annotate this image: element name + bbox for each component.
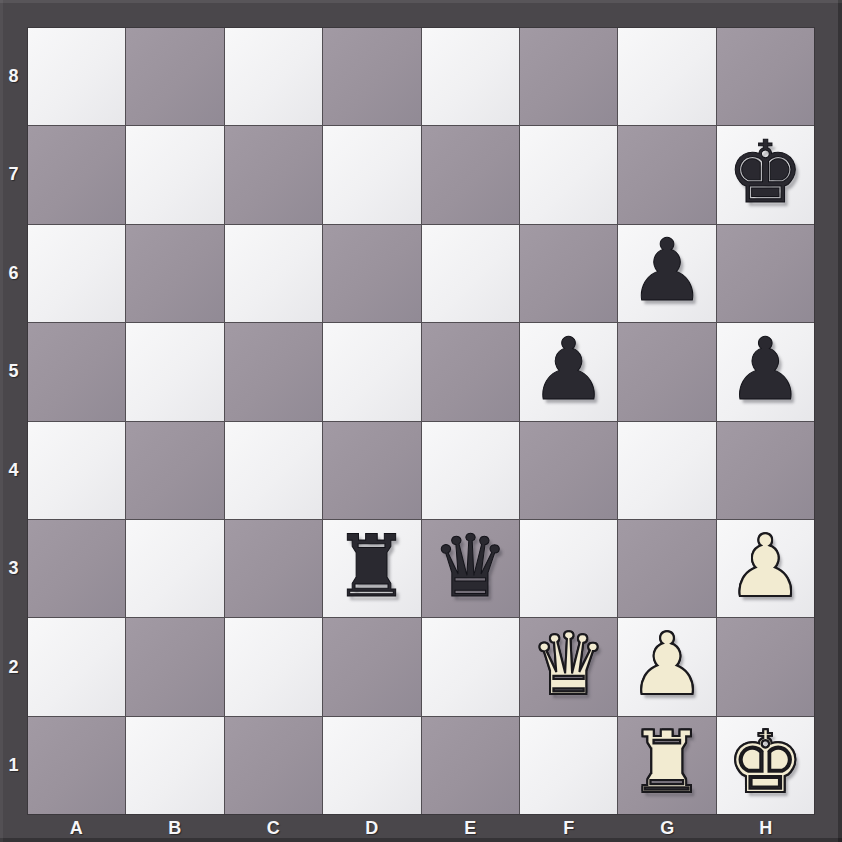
- square-f6[interactable]: [520, 225, 617, 322]
- square-b5[interactable]: [126, 323, 223, 420]
- white-rook[interactable]: ♜: [628, 719, 705, 805]
- square-d8[interactable]: [323, 28, 420, 125]
- rank-label-3: 3: [0, 520, 27, 619]
- square-a8[interactable]: [28, 28, 125, 125]
- rank-label-5: 5: [0, 323, 27, 422]
- square-d1[interactable]: [323, 717, 420, 814]
- black-pawn[interactable]: ♟: [628, 227, 705, 313]
- square-b8[interactable]: [126, 28, 223, 125]
- black-pawn[interactable]: ♟: [530, 326, 607, 412]
- white-pawn[interactable]: ♟: [727, 523, 804, 609]
- square-a6[interactable]: [28, 225, 125, 322]
- square-b7[interactable]: [126, 126, 223, 223]
- square-h6[interactable]: [717, 225, 814, 322]
- square-g6[interactable]: ♟: [618, 225, 715, 322]
- rank-label-8: 8: [0, 27, 27, 126]
- square-a5[interactable]: [28, 323, 125, 420]
- white-queen[interactable]: ♛: [530, 621, 607, 707]
- square-b6[interactable]: [126, 225, 223, 322]
- rank-label-6: 6: [0, 224, 27, 323]
- black-king[interactable]: ♚: [727, 129, 804, 215]
- file-label-e: E: [421, 815, 520, 842]
- square-f3[interactable]: [520, 520, 617, 617]
- rank-label-2: 2: [0, 618, 27, 717]
- white-pawn[interactable]: ♟: [628, 621, 705, 707]
- square-c2[interactable]: [225, 618, 322, 715]
- square-g4[interactable]: [618, 422, 715, 519]
- square-e4[interactable]: [422, 422, 519, 519]
- square-d4[interactable]: [323, 422, 420, 519]
- square-g1[interactable]: ♜: [618, 717, 715, 814]
- square-b3[interactable]: [126, 520, 223, 617]
- square-e2[interactable]: [422, 618, 519, 715]
- square-e1[interactable]: [422, 717, 519, 814]
- rank-label-7: 7: [0, 126, 27, 225]
- square-g7[interactable]: [618, 126, 715, 223]
- rank-label-1: 1: [0, 717, 27, 816]
- square-h1[interactable]: ♚: [717, 717, 814, 814]
- square-e8[interactable]: [422, 28, 519, 125]
- square-a7[interactable]: [28, 126, 125, 223]
- square-g5[interactable]: [618, 323, 715, 420]
- rank-labels: 87654321: [0, 27, 27, 815]
- square-c5[interactable]: [225, 323, 322, 420]
- square-b2[interactable]: [126, 618, 223, 715]
- square-f5[interactable]: ♟: [520, 323, 617, 420]
- square-a4[interactable]: [28, 422, 125, 519]
- square-c8[interactable]: [225, 28, 322, 125]
- file-label-a: A: [27, 815, 126, 842]
- square-e3[interactable]: ♛: [422, 520, 519, 617]
- square-d2[interactable]: [323, 618, 420, 715]
- square-d7[interactable]: [323, 126, 420, 223]
- file-label-h: H: [717, 815, 816, 842]
- square-h4[interactable]: [717, 422, 814, 519]
- file-label-f: F: [520, 815, 619, 842]
- square-d6[interactable]: [323, 225, 420, 322]
- rank-label-4: 4: [0, 421, 27, 520]
- square-g2[interactable]: ♟: [618, 618, 715, 715]
- square-h7[interactable]: ♚: [717, 126, 814, 223]
- board-grid: ♚♟♟♟♜♛♟♛♟♜♚: [27, 27, 815, 815]
- square-c4[interactable]: [225, 422, 322, 519]
- square-c1[interactable]: [225, 717, 322, 814]
- square-e7[interactable]: [422, 126, 519, 223]
- black-pawn[interactable]: ♟: [727, 326, 804, 412]
- square-c3[interactable]: [225, 520, 322, 617]
- file-labels: ABCDEFGH: [27, 815, 815, 842]
- chess-board-frame: 87654321 ♚♟♟♟♜♛♟♛♟♜♚ ABCDEFGH: [0, 0, 842, 842]
- square-b1[interactable]: [126, 717, 223, 814]
- square-a2[interactable]: [28, 618, 125, 715]
- square-h2[interactable]: [717, 618, 814, 715]
- square-h5[interactable]: ♟: [717, 323, 814, 420]
- file-label-g: G: [618, 815, 717, 842]
- file-label-d: D: [323, 815, 422, 842]
- square-g8[interactable]: [618, 28, 715, 125]
- square-b4[interactable]: [126, 422, 223, 519]
- square-f2[interactable]: ♛: [520, 618, 617, 715]
- square-a3[interactable]: [28, 520, 125, 617]
- square-f8[interactable]: [520, 28, 617, 125]
- file-label-c: C: [224, 815, 323, 842]
- square-e5[interactable]: [422, 323, 519, 420]
- square-h8[interactable]: [717, 28, 814, 125]
- square-d5[interactable]: [323, 323, 420, 420]
- square-c6[interactable]: [225, 225, 322, 322]
- square-d3[interactable]: ♜: [323, 520, 420, 617]
- square-e6[interactable]: [422, 225, 519, 322]
- square-f4[interactable]: [520, 422, 617, 519]
- square-h3[interactable]: ♟: [717, 520, 814, 617]
- square-f7[interactable]: [520, 126, 617, 223]
- file-label-b: B: [126, 815, 225, 842]
- white-king[interactable]: ♚: [727, 719, 804, 805]
- square-c7[interactable]: [225, 126, 322, 223]
- square-a1[interactable]: [28, 717, 125, 814]
- square-f1[interactable]: [520, 717, 617, 814]
- black-rook[interactable]: ♜: [333, 523, 410, 609]
- black-queen[interactable]: ♛: [432, 523, 509, 609]
- square-g3[interactable]: [618, 520, 715, 617]
